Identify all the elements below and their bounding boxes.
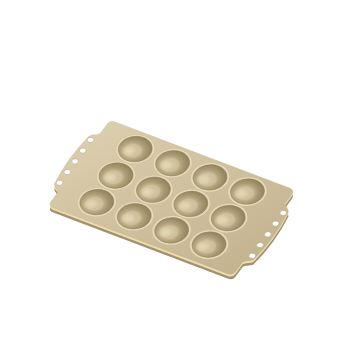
muffin-pan-product-image (0, 0, 360, 360)
product-photo-canvas (0, 0, 360, 360)
